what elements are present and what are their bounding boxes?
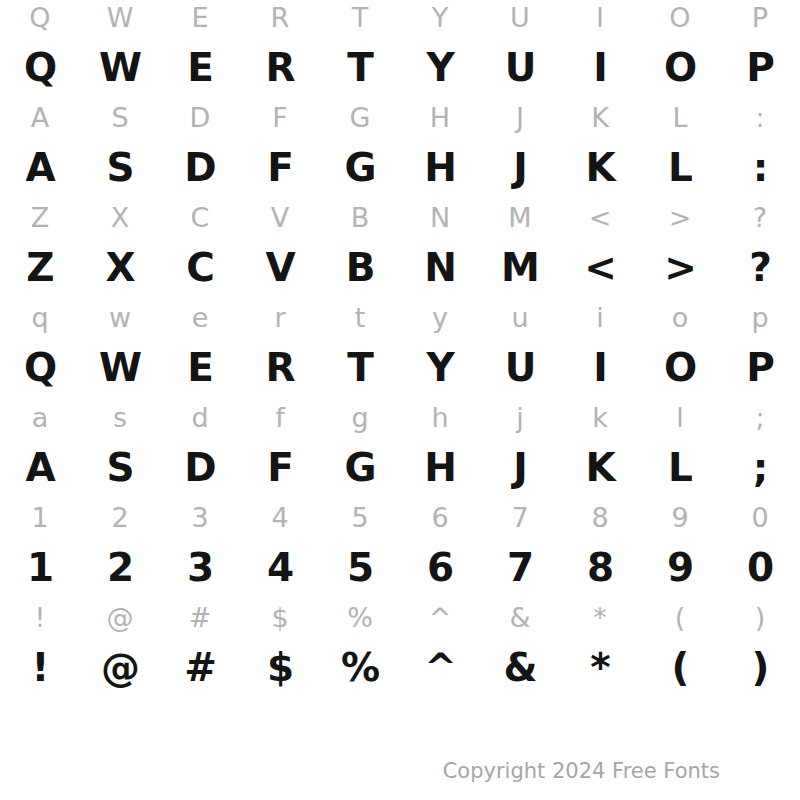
char-cell: O [640, 348, 720, 387]
char-cell: ; [720, 448, 800, 487]
char-cell: W [80, 4, 160, 31]
char-cell: I [560, 4, 640, 31]
char-cell: 5 [320, 504, 400, 531]
char-cell: F [240, 104, 320, 131]
char-cell: J [480, 104, 560, 131]
charmap-row-glyph: QWERTYUIOP [0, 42, 800, 92]
charmap-row-glyph: !@#$%^&*() [0, 642, 800, 692]
char-cell: w [80, 304, 160, 331]
char-cell: * [560, 648, 640, 687]
char-cell: A [0, 148, 80, 187]
char-cell: 0 [720, 548, 800, 587]
char-cell: Q [0, 348, 80, 387]
char-cell: $ [240, 604, 320, 631]
char-cell: ^ [400, 648, 480, 687]
charmap-row-glyph: ZXCVBNM<>? [0, 242, 800, 292]
char-cell: S [80, 448, 160, 487]
char-cell: 6 [400, 504, 480, 531]
char-cell: ! [0, 604, 80, 631]
charmap-row-glyph: ASDFGHJKL; [0, 442, 800, 492]
char-cell: % [320, 604, 400, 631]
char-cell: ^ [400, 604, 480, 631]
char-cell: O [640, 48, 720, 87]
char-cell: K [560, 148, 640, 187]
char-cell: o [640, 304, 720, 331]
char-cell: T [320, 4, 400, 31]
char-cell: y [400, 304, 480, 331]
char-cell: & [480, 648, 560, 687]
charmap-row-reference: !@#$%^&*() [0, 592, 800, 642]
char-cell: 3 [160, 504, 240, 531]
char-cell: P [720, 4, 800, 31]
char-cell: ( [640, 604, 720, 631]
char-cell: W [80, 348, 160, 387]
charmap-row-reference: QWERTYUIOP [0, 0, 800, 42]
char-cell: ? [720, 248, 800, 287]
char-cell: & [480, 604, 560, 631]
char-cell: M [480, 248, 560, 287]
char-cell: G [320, 104, 400, 131]
char-cell: * [560, 604, 640, 631]
charmap-row-reference: asdfghjkl; [0, 392, 800, 442]
char-cell: E [160, 348, 240, 387]
char-cell: R [240, 4, 320, 31]
char-cell: V [240, 248, 320, 287]
charmap-row-reference: 1234567890 [0, 492, 800, 542]
char-cell: e [160, 304, 240, 331]
char-cell: 4 [240, 548, 320, 587]
char-cell: @ [80, 604, 160, 631]
char-cell: A [0, 104, 80, 131]
copyright-watermark: Copyright 2024 Free Fonts [443, 759, 720, 783]
char-cell: 2 [80, 504, 160, 531]
char-cell: 8 [560, 504, 640, 531]
char-cell: 6 [400, 548, 480, 587]
char-cell: H [400, 448, 480, 487]
char-cell: P [720, 48, 800, 87]
char-cell: R [240, 348, 320, 387]
char-cell: < [560, 204, 640, 231]
char-cell: 3 [160, 548, 240, 587]
char-cell: : [720, 104, 800, 131]
charmap-grid: QWERTYUIOPQWERTYUIOPASDFGHJKL:ASDFGHJKL:… [0, 0, 800, 692]
char-cell: d [160, 404, 240, 431]
char-cell: l [640, 404, 720, 431]
char-cell: # [160, 604, 240, 631]
char-cell: E [160, 4, 240, 31]
char-cell: T [320, 48, 400, 87]
char-cell: Q [0, 4, 80, 31]
char-cell: i [560, 304, 640, 331]
char-cell: k [560, 404, 640, 431]
char-cell: h [400, 404, 480, 431]
char-cell: s [80, 404, 160, 431]
char-cell: j [480, 404, 560, 431]
char-cell: ; [720, 404, 800, 431]
char-cell: J [480, 448, 560, 487]
char-cell: X [80, 248, 160, 287]
char-cell: U [480, 4, 560, 31]
char-cell: $ [240, 648, 320, 687]
char-cell: A [0, 448, 80, 487]
char-cell: E [160, 48, 240, 87]
char-cell: Z [0, 204, 80, 231]
char-cell: N [400, 204, 480, 231]
char-cell: F [240, 448, 320, 487]
char-cell: O [640, 4, 720, 31]
char-cell: : [720, 148, 800, 187]
charmap-row-reference: ASDFGHJKL: [0, 92, 800, 142]
char-cell: # [160, 648, 240, 687]
char-cell: 9 [640, 548, 720, 587]
char-cell: K [560, 104, 640, 131]
char-cell: K [560, 448, 640, 487]
char-cell: B [320, 204, 400, 231]
charmap-row-reference: ZXCVBNM<>? [0, 192, 800, 242]
char-cell: ! [0, 648, 80, 687]
charmap-row-glyph: ASDFGHJKL: [0, 142, 800, 192]
char-cell: r [240, 304, 320, 331]
char-cell: G [320, 448, 400, 487]
char-cell: 4 [240, 504, 320, 531]
charmap-row-glyph: QWERTYUIOP [0, 342, 800, 392]
char-cell: F [240, 148, 320, 187]
char-cell: G [320, 148, 400, 187]
char-cell: 8 [560, 548, 640, 587]
char-cell: D [160, 104, 240, 131]
char-cell: W [80, 48, 160, 87]
char-cell: Z [0, 248, 80, 287]
char-cell: ? [720, 204, 800, 231]
char-cell: N [400, 248, 480, 287]
char-cell: 1 [0, 504, 80, 531]
char-cell: % [320, 648, 400, 687]
char-cell: Y [400, 48, 480, 87]
char-cell: S [80, 148, 160, 187]
char-cell: H [400, 104, 480, 131]
char-cell: t [320, 304, 400, 331]
char-cell: ( [640, 648, 720, 687]
char-cell: I [560, 48, 640, 87]
char-cell: S [80, 104, 160, 131]
char-cell: q [0, 304, 80, 331]
char-cell: Q [0, 48, 80, 87]
char-cell: 2 [80, 548, 160, 587]
char-cell: L [640, 104, 720, 131]
char-cell: f [240, 404, 320, 431]
char-cell: ) [720, 604, 800, 631]
char-cell: Y [400, 4, 480, 31]
char-cell: C [160, 204, 240, 231]
char-cell: I [560, 348, 640, 387]
char-cell: V [240, 204, 320, 231]
char-cell: R [240, 48, 320, 87]
char-cell: ) [720, 648, 800, 687]
char-cell: 7 [480, 504, 560, 531]
char-cell: U [480, 48, 560, 87]
char-cell: 9 [640, 504, 720, 531]
char-cell: 5 [320, 548, 400, 587]
char-cell: < [560, 248, 640, 287]
char-cell: Y [400, 348, 480, 387]
charmap-row-reference: qwertyuiop [0, 292, 800, 342]
char-cell: g [320, 404, 400, 431]
char-cell: L [640, 148, 720, 187]
charmap-row-glyph: 1234567890 [0, 542, 800, 592]
char-cell: a [0, 404, 80, 431]
char-cell: @ [80, 648, 160, 687]
char-cell: p [720, 304, 800, 331]
char-cell: M [480, 204, 560, 231]
char-cell: 7 [480, 548, 560, 587]
char-cell: B [320, 248, 400, 287]
char-cell: U [480, 348, 560, 387]
char-cell: D [160, 148, 240, 187]
font-specimen-page: QWERTYUIOPQWERTYUIOPASDFGHJKL:ASDFGHJKL:… [0, 0, 800, 800]
char-cell: L [640, 448, 720, 487]
char-cell: u [480, 304, 560, 331]
char-cell: D [160, 448, 240, 487]
char-cell: > [640, 204, 720, 231]
char-cell: 1 [0, 548, 80, 587]
char-cell: T [320, 348, 400, 387]
char-cell: X [80, 204, 160, 231]
char-cell: P [720, 348, 800, 387]
char-cell: 0 [720, 504, 800, 531]
char-cell: > [640, 248, 720, 287]
char-cell: J [480, 148, 560, 187]
char-cell: C [160, 248, 240, 287]
char-cell: H [400, 148, 480, 187]
